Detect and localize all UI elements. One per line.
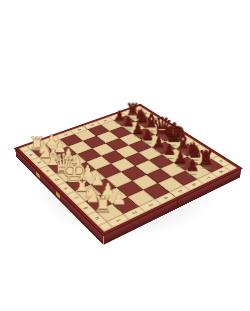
brass-hinge bbox=[56, 191, 60, 199]
product-photo: abcdefgh 87654321 ♜♞♝♛♚♝♞♜♟♟♟♟♟♟♟♟♟♟♟♟♟♟… bbox=[0, 0, 250, 311]
fold-seam-edge bbox=[177, 199, 179, 209]
black-pawn-h7[interactable]: ♟ bbox=[183, 158, 204, 174]
white-rook-h1[interactable]: ♜ bbox=[92, 193, 115, 215]
brass-clasp bbox=[36, 171, 40, 179]
